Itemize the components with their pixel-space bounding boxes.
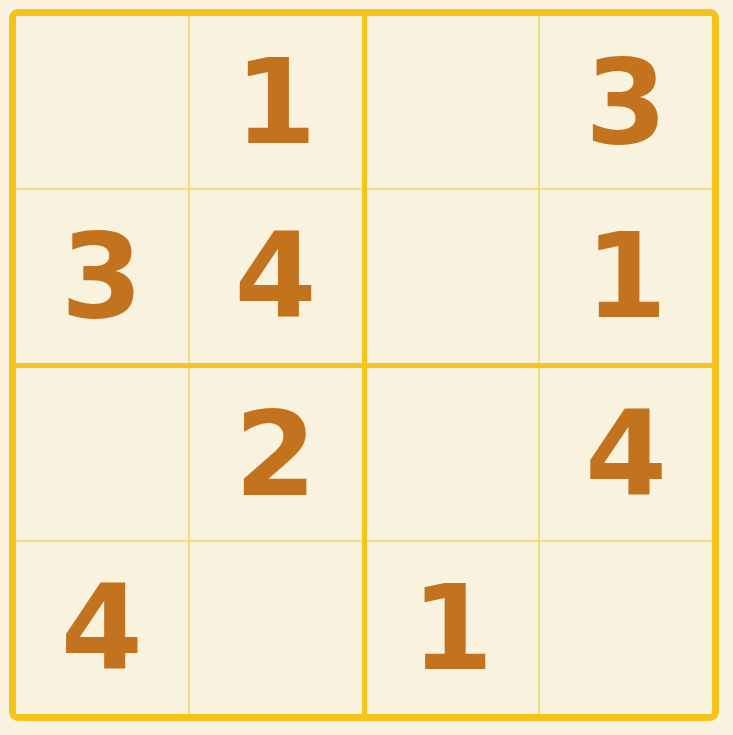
cell-r3c3[interactable] [367, 368, 539, 540]
cell-r3c1[interactable] [16, 368, 188, 540]
box-bottom-left: 2 4 [16, 368, 362, 715]
box-top-right: 3 1 [367, 16, 713, 363]
box-top-left: 1 3 4 [16, 16, 362, 363]
cell-r1c1[interactable] [16, 16, 188, 188]
cell-r2c2[interactable]: 4 [190, 190, 362, 362]
cell-r4c4[interactable] [540, 542, 712, 714]
sudoku-board: 1 3 4 3 1 2 4 4 1 [9, 9, 719, 721]
cell-r2c4[interactable]: 1 [540, 190, 712, 362]
cell-r3c2[interactable]: 2 [190, 368, 362, 540]
cell-r4c1[interactable]: 4 [16, 542, 188, 714]
cell-r4c2[interactable] [190, 542, 362, 714]
cell-r1c3[interactable] [367, 16, 539, 188]
cell-r2c3[interactable] [367, 190, 539, 362]
cell-r1c2[interactable]: 1 [190, 16, 362, 188]
cell-r2c1[interactable]: 3 [16, 190, 188, 362]
cell-r1c4[interactable]: 3 [540, 16, 712, 188]
box-bottom-right: 4 1 [367, 368, 713, 715]
cell-r3c4[interactable]: 4 [540, 368, 712, 540]
cell-r4c3[interactable]: 1 [367, 542, 539, 714]
